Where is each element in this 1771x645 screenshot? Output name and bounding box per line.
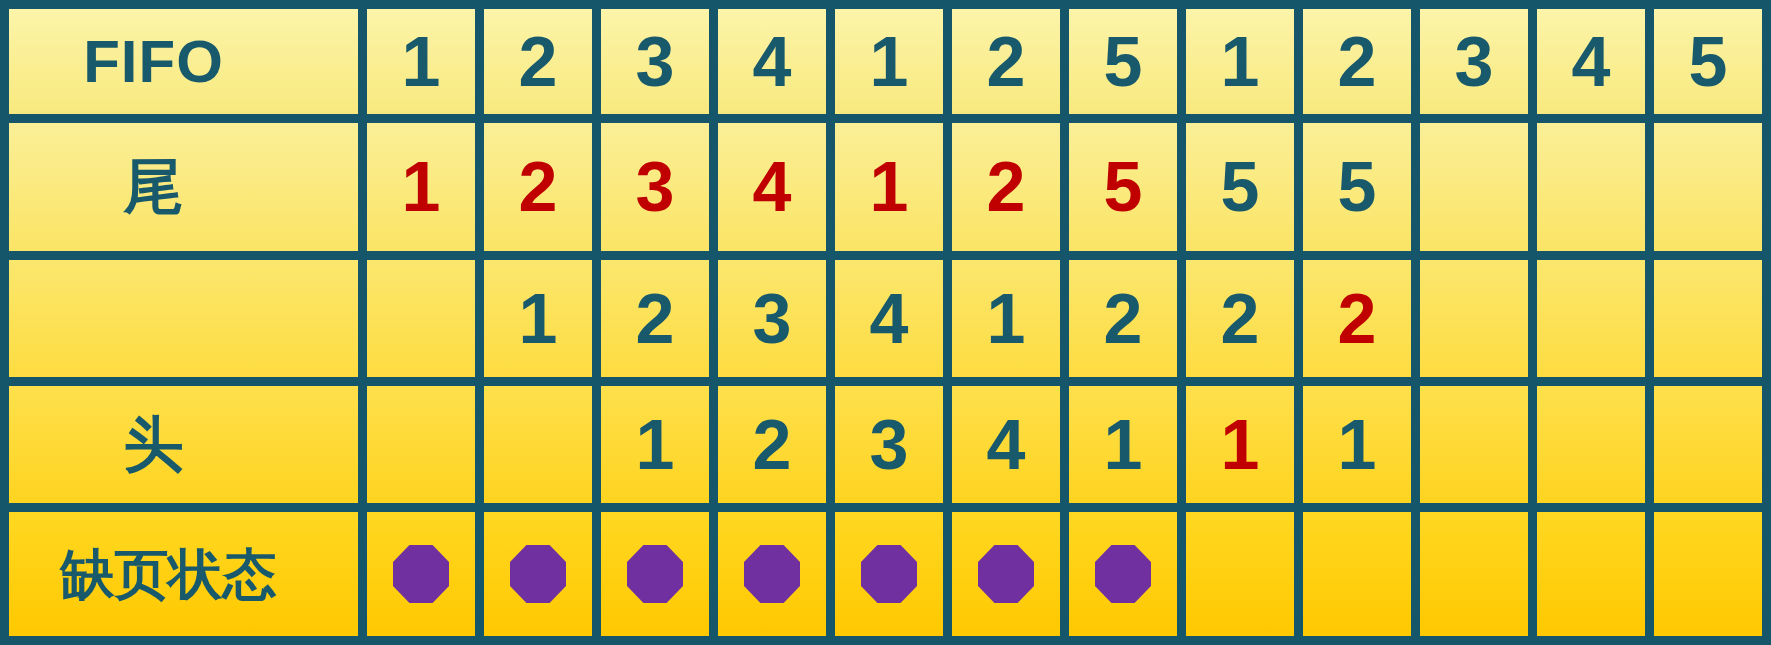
tail-cell-12 bbox=[1654, 123, 1762, 251]
mid-cell-8: 2 bbox=[1186, 260, 1294, 377]
page-fault-octagon-icon bbox=[978, 545, 1034, 603]
mid-cell-11 bbox=[1537, 260, 1645, 377]
tail-cell-11 bbox=[1537, 123, 1645, 251]
ref-cell-7: 5 bbox=[1069, 9, 1177, 114]
page-fault-octagon-icon bbox=[744, 545, 800, 603]
tail-cell-2: 2 bbox=[484, 123, 592, 251]
head-cell-4: 2 bbox=[718, 386, 826, 503]
ref-cell-4: 4 bbox=[718, 9, 826, 114]
ref-cell-9: 2 bbox=[1303, 9, 1411, 114]
fault-cell-5 bbox=[835, 512, 943, 636]
mid-cell-1 bbox=[367, 260, 475, 377]
row-label-tail: 尾 bbox=[9, 123, 358, 251]
fault-cell-12 bbox=[1654, 512, 1762, 636]
page-fault-octagon-icon bbox=[861, 545, 917, 603]
mid-cell-10 bbox=[1420, 260, 1528, 377]
tail-cell-7: 5 bbox=[1069, 123, 1177, 251]
page-fault-octagon-icon bbox=[627, 545, 683, 603]
fifo-trace-grid: FIFO 1 2 3 4 1 2 5 1 2 3 4 5 尾 1 2 3 4 1… bbox=[9, 9, 1762, 636]
mid-cell-4: 3 bbox=[718, 260, 826, 377]
head-cell-1 bbox=[367, 386, 475, 503]
mid-cell-5: 4 bbox=[835, 260, 943, 377]
page-fault-octagon-icon bbox=[1095, 545, 1151, 603]
head-cell-2 bbox=[484, 386, 592, 503]
tail-cell-3: 3 bbox=[601, 123, 709, 251]
head-cell-3: 1 bbox=[601, 386, 709, 503]
ref-cell-6: 2 bbox=[952, 9, 1060, 114]
ref-cell-1: 1 bbox=[367, 9, 475, 114]
ref-cell-10: 3 bbox=[1420, 9, 1528, 114]
fault-cell-10 bbox=[1420, 512, 1528, 636]
fault-cell-4 bbox=[718, 512, 826, 636]
mid-cell-7: 2 bbox=[1069, 260, 1177, 377]
page-fault-octagon-icon bbox=[510, 545, 566, 603]
ref-cell-3: 3 bbox=[601, 9, 709, 114]
tail-cell-5: 1 bbox=[835, 123, 943, 251]
fault-cell-2 bbox=[484, 512, 592, 636]
fifo-table-slide: FIFO 1 2 3 4 1 2 5 1 2 3 4 5 尾 1 2 3 4 1… bbox=[0, 0, 1771, 645]
fault-cell-3 bbox=[601, 512, 709, 636]
mid-cell-3: 2 bbox=[601, 260, 709, 377]
fault-cell-1 bbox=[367, 512, 475, 636]
fault-cell-7 bbox=[1069, 512, 1177, 636]
head-cell-6: 4 bbox=[952, 386, 1060, 503]
row-label-fifo: FIFO bbox=[9, 9, 358, 114]
head-cell-9: 1 bbox=[1303, 386, 1411, 503]
mid-cell-12 bbox=[1654, 260, 1762, 377]
page-fault-octagon-icon bbox=[393, 545, 449, 603]
ref-cell-11: 4 bbox=[1537, 9, 1645, 114]
tail-cell-4: 4 bbox=[718, 123, 826, 251]
head-cell-8: 1 bbox=[1186, 386, 1294, 503]
tail-cell-8: 5 bbox=[1186, 123, 1294, 251]
row-label-middle bbox=[9, 260, 358, 377]
head-cell-10 bbox=[1420, 386, 1528, 503]
tail-cell-6: 2 bbox=[952, 123, 1060, 251]
mid-cell-2: 1 bbox=[484, 260, 592, 377]
fault-cell-9 bbox=[1303, 512, 1411, 636]
row-label-page-fault: 缺页状态 bbox=[9, 512, 358, 636]
mid-cell-9: 2 bbox=[1303, 260, 1411, 377]
tail-cell-9: 5 bbox=[1303, 123, 1411, 251]
ref-cell-2: 2 bbox=[484, 9, 592, 114]
tail-cell-1: 1 bbox=[367, 123, 475, 251]
ref-cell-8: 1 bbox=[1186, 9, 1294, 114]
head-cell-7: 1 bbox=[1069, 386, 1177, 503]
row-label-head: 头 bbox=[9, 386, 358, 503]
fault-cell-11 bbox=[1537, 512, 1645, 636]
fault-cell-6 bbox=[952, 512, 1060, 636]
tail-cell-10 bbox=[1420, 123, 1528, 251]
head-cell-12 bbox=[1654, 386, 1762, 503]
head-cell-11 bbox=[1537, 386, 1645, 503]
ref-cell-5: 1 bbox=[835, 9, 943, 114]
mid-cell-6: 1 bbox=[952, 260, 1060, 377]
ref-cell-12: 5 bbox=[1654, 9, 1762, 114]
fault-cell-8 bbox=[1186, 512, 1294, 636]
head-cell-5: 3 bbox=[835, 386, 943, 503]
